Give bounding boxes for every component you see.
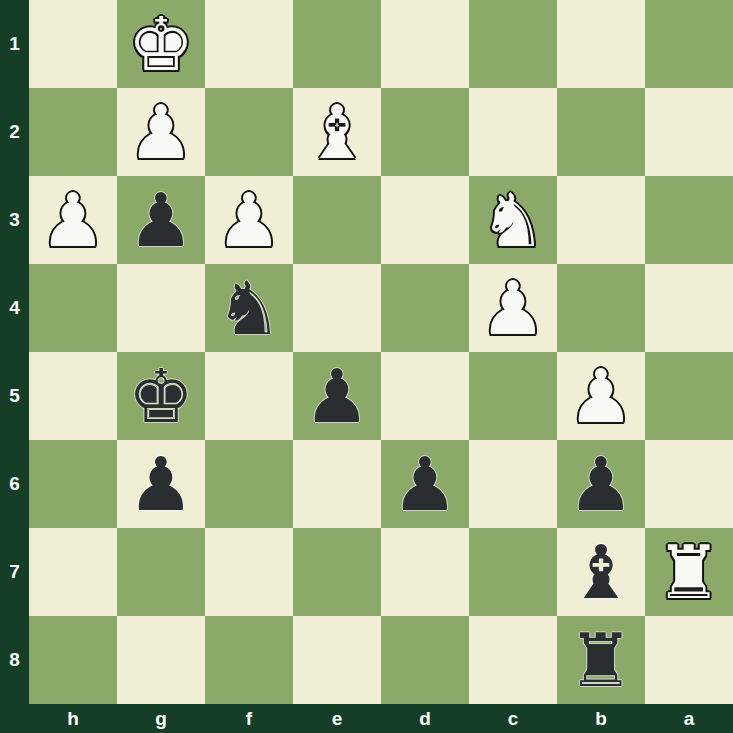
black-pawn[interactable]: ♟ [381,440,469,528]
square-a8[interactable] [645,616,733,704]
square-f7[interactable] [205,528,293,616]
square-f4[interactable]: ♞ [205,264,293,352]
square-h5[interactable] [29,352,117,440]
square-e1[interactable] [293,0,381,88]
file-label-e: e [293,704,381,733]
square-g1[interactable]: ♚ [117,0,205,88]
square-b7[interactable]: ♝ [557,528,645,616]
white-king[interactable]: ♚ [117,0,205,88]
square-a5[interactable] [645,352,733,440]
square-c6[interactable] [469,440,557,528]
rank-label-4: 4 [0,264,29,352]
rank-label-5: 5 [0,352,29,440]
square-c7[interactable] [469,528,557,616]
square-b3[interactable] [557,176,645,264]
square-f5[interactable] [205,352,293,440]
board-corner [0,704,29,733]
square-f3[interactable]: ♟ [205,176,293,264]
square-g2[interactable]: ♟ [117,88,205,176]
black-bishop[interactable]: ♝ [557,528,645,616]
square-e8[interactable] [293,616,381,704]
white-pawn[interactable]: ♟ [205,176,293,264]
square-g7[interactable] [117,528,205,616]
square-g3[interactable]: ♟ [117,176,205,264]
square-a4[interactable] [645,264,733,352]
square-e6[interactable] [293,440,381,528]
file-label-f: f [205,704,293,733]
square-e2[interactable]: ♝ [293,88,381,176]
black-pawn[interactable]: ♟ [117,176,205,264]
square-a3[interactable] [645,176,733,264]
square-e4[interactable] [293,264,381,352]
square-h2[interactable] [29,88,117,176]
square-d8[interactable] [381,616,469,704]
rank-label-2: 2 [0,88,29,176]
square-e3[interactable] [293,176,381,264]
square-h3[interactable]: ♟ [29,176,117,264]
square-c2[interactable] [469,88,557,176]
square-c3[interactable]: ♞ [469,176,557,264]
black-pawn[interactable]: ♟ [117,440,205,528]
white-pawn[interactable]: ♟ [557,352,645,440]
square-e5[interactable]: ♟ [293,352,381,440]
square-d7[interactable] [381,528,469,616]
square-e7[interactable] [293,528,381,616]
square-f8[interactable] [205,616,293,704]
white-pawn[interactable]: ♟ [29,176,117,264]
square-a2[interactable] [645,88,733,176]
file-label-c: c [469,704,557,733]
square-b4[interactable] [557,264,645,352]
black-pawn[interactable]: ♟ [293,352,381,440]
square-d2[interactable] [381,88,469,176]
square-h6[interactable] [29,440,117,528]
square-b5[interactable]: ♟ [557,352,645,440]
square-b8[interactable]: ♜ [557,616,645,704]
white-rook[interactable]: ♜ [645,528,733,616]
square-h8[interactable] [29,616,117,704]
chess-board: 1♚2♟♝3♟♟♟♞4♞♟5♚♟♟6♟♟♟7♝♜8♜hgfedcba [0,0,733,733]
rank-label-8: 8 [0,616,29,704]
square-c4[interactable]: ♟ [469,264,557,352]
square-g8[interactable] [117,616,205,704]
black-rook[interactable]: ♜ [557,616,645,704]
square-g6[interactable]: ♟ [117,440,205,528]
square-a6[interactable] [645,440,733,528]
square-g5[interactable]: ♚ [117,352,205,440]
square-d1[interactable] [381,0,469,88]
file-label-d: d [381,704,469,733]
square-d3[interactable] [381,176,469,264]
white-pawn[interactable]: ♟ [117,88,205,176]
white-bishop[interactable]: ♝ [293,88,381,176]
square-f6[interactable] [205,440,293,528]
file-label-h: h [29,704,117,733]
square-b1[interactable] [557,0,645,88]
rank-label-6: 6 [0,440,29,528]
square-h4[interactable] [29,264,117,352]
square-c1[interactable] [469,0,557,88]
square-b2[interactable] [557,88,645,176]
square-b6[interactable]: ♟ [557,440,645,528]
white-pawn[interactable]: ♟ [469,264,557,352]
square-f2[interactable] [205,88,293,176]
square-g4[interactable] [117,264,205,352]
file-label-a: a [645,704,733,733]
file-label-g: g [117,704,205,733]
white-knight[interactable]: ♞ [469,176,557,264]
rank-label-7: 7 [0,528,29,616]
square-h7[interactable] [29,528,117,616]
black-king[interactable]: ♚ [117,352,205,440]
square-d4[interactable] [381,264,469,352]
square-a1[interactable] [645,0,733,88]
square-a7[interactable]: ♜ [645,528,733,616]
square-d6[interactable]: ♟ [381,440,469,528]
square-d5[interactable] [381,352,469,440]
square-h1[interactable] [29,0,117,88]
square-f1[interactable] [205,0,293,88]
rank-label-1: 1 [0,0,29,88]
file-label-b: b [557,704,645,733]
black-pawn[interactable]: ♟ [557,440,645,528]
black-knight[interactable]: ♞ [205,264,293,352]
rank-label-3: 3 [0,176,29,264]
square-c8[interactable] [469,616,557,704]
square-c5[interactable] [469,352,557,440]
